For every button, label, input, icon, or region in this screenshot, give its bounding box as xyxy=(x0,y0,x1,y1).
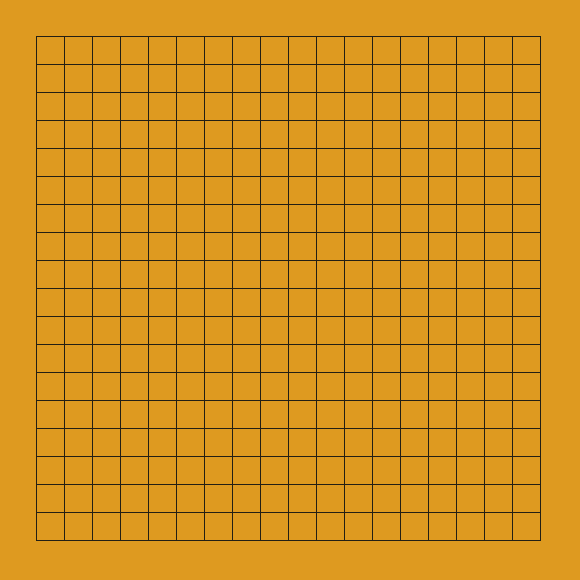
go-board-19x19 xyxy=(0,0,580,580)
intersection-grid xyxy=(22,22,554,554)
